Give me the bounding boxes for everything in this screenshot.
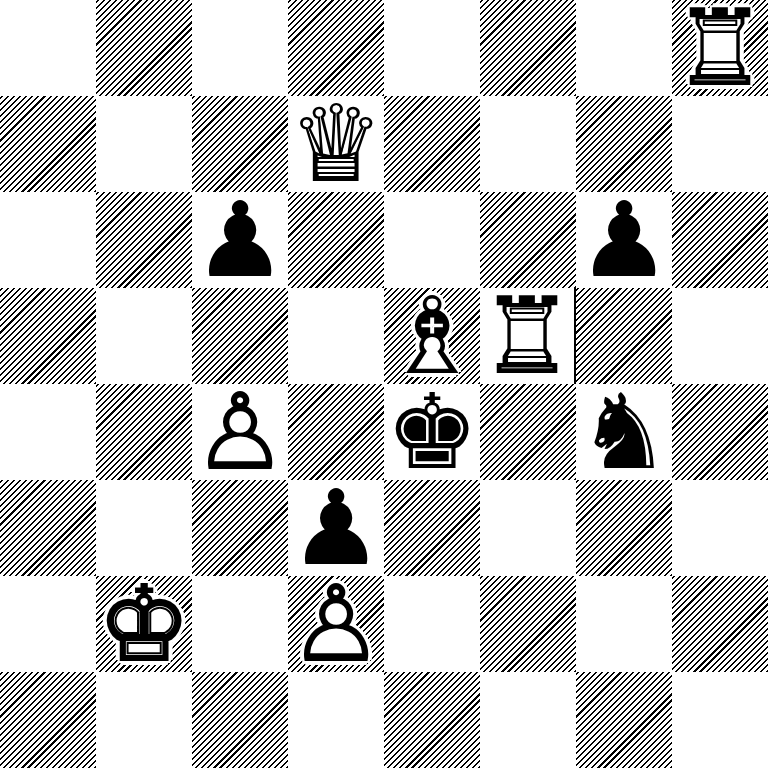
square-h1[interactable] — [672, 672, 768, 768]
square-d8[interactable] — [288, 0, 384, 96]
square-g2[interactable] — [576, 576, 672, 672]
square-f8[interactable] — [480, 0, 576, 96]
square-f4[interactable] — [480, 384, 576, 480]
square-c1[interactable] — [192, 672, 288, 768]
piece-white-queen[interactable]: ♛♕ — [288, 96, 384, 192]
square-h6[interactable] — [672, 192, 768, 288]
square-h2[interactable] — [672, 576, 768, 672]
square-g7[interactable] — [576, 96, 672, 192]
square-f1[interactable] — [480, 672, 576, 768]
chess-diagram: ♜♖♛♕♟♟♝♗♜♖♟♙♚♞♟♚♔♟♙ — [0, 0, 768, 768]
black-pawn-glyph: ♟ — [288, 480, 384, 576]
chess-board: ♜♖♛♕♟♟♝♗♜♖♟♙♚♞♟♚♔♟♙ — [0, 0, 768, 768]
square-h7[interactable] — [672, 96, 768, 192]
square-b8[interactable] — [96, 0, 192, 96]
square-e7[interactable] — [384, 96, 480, 192]
piece-white-pawn[interactable]: ♟♙ — [192, 384, 288, 480]
square-g4[interactable]: ♞ — [576, 384, 672, 480]
square-c4[interactable]: ♟♙ — [192, 384, 288, 480]
square-a7[interactable] — [0, 96, 96, 192]
square-a3[interactable] — [0, 480, 96, 576]
white-bishop-outline-glyph: ♗ — [384, 288, 480, 384]
piece-white-rook[interactable]: ♜♖ — [672, 0, 768, 96]
piece-white-rook[interactable]: ♜♖ — [480, 288, 574, 384]
square-g3[interactable] — [576, 480, 672, 576]
square-b3[interactable] — [96, 480, 192, 576]
square-d4[interactable] — [288, 384, 384, 480]
square-e4[interactable]: ♚ — [384, 384, 480, 480]
black-knight-glyph: ♞ — [576, 384, 672, 480]
square-a1[interactable] — [0, 672, 96, 768]
square-f7[interactable] — [480, 96, 576, 192]
square-e2[interactable] — [384, 576, 480, 672]
square-e1[interactable] — [384, 672, 480, 768]
square-g6[interactable]: ♟ — [576, 192, 672, 288]
square-f2[interactable] — [480, 576, 576, 672]
white-king-outline-glyph: ♔ — [96, 576, 192, 672]
square-g1[interactable] — [576, 672, 672, 768]
square-c6[interactable]: ♟ — [192, 192, 288, 288]
square-e8[interactable] — [384, 0, 480, 96]
square-b4[interactable] — [96, 384, 192, 480]
white-pawn-outline-glyph: ♙ — [192, 384, 288, 480]
square-d2[interactable]: ♟♙ — [288, 576, 384, 672]
piece-white-king[interactable]: ♚♔ — [96, 576, 192, 672]
square-b6[interactable] — [96, 192, 192, 288]
black-king-glyph: ♚ — [384, 384, 480, 480]
square-d3[interactable]: ♟ — [288, 480, 384, 576]
square-c7[interactable] — [192, 96, 288, 192]
square-c8[interactable] — [192, 0, 288, 96]
square-a6[interactable] — [0, 192, 96, 288]
square-d1[interactable] — [288, 672, 384, 768]
piece-white-pawn[interactable]: ♟♙ — [288, 576, 384, 672]
square-c3[interactable] — [192, 480, 288, 576]
square-f5[interactable]: ♜♖ — [480, 288, 576, 384]
black-pawn-glyph: ♟ — [192, 192, 288, 288]
piece-black-knight[interactable]: ♞ — [576, 384, 672, 480]
piece-black-pawn[interactable]: ♟ — [288, 480, 384, 576]
black-pawn-glyph: ♟ — [576, 192, 672, 288]
square-b1[interactable] — [96, 672, 192, 768]
square-d7[interactable]: ♛♕ — [288, 96, 384, 192]
square-b7[interactable] — [96, 96, 192, 192]
square-a5[interactable] — [0, 288, 96, 384]
square-a2[interactable] — [0, 576, 96, 672]
square-g5[interactable] — [576, 288, 672, 384]
white-rook-outline-glyph: ♖ — [672, 0, 768, 96]
square-f3[interactable] — [480, 480, 576, 576]
square-b2[interactable]: ♚♔ — [96, 576, 192, 672]
square-h3[interactable] — [672, 480, 768, 576]
square-e6[interactable] — [384, 192, 480, 288]
square-c2[interactable] — [192, 576, 288, 672]
square-h4[interactable] — [672, 384, 768, 480]
piece-black-pawn[interactable]: ♟ — [576, 192, 672, 288]
piece-black-pawn[interactable]: ♟ — [192, 192, 288, 288]
square-g8[interactable] — [576, 0, 672, 96]
piece-white-bishop[interactable]: ♝♗ — [384, 288, 480, 384]
square-a4[interactable] — [0, 384, 96, 480]
white-rook-outline-glyph: ♖ — [480, 288, 574, 384]
white-queen-outline-glyph: ♕ — [288, 96, 384, 192]
square-f6[interactable] — [480, 192, 576, 288]
square-d5[interactable] — [288, 288, 384, 384]
white-pawn-outline-glyph: ♙ — [288, 576, 384, 672]
square-e3[interactable] — [384, 480, 480, 576]
square-h8[interactable]: ♜♖ — [672, 0, 768, 96]
square-d6[interactable] — [288, 192, 384, 288]
square-e5[interactable]: ♝♗ — [384, 288, 480, 384]
square-c5[interactable] — [192, 288, 288, 384]
square-b5[interactable] — [96, 288, 192, 384]
square-h5[interactable] — [672, 288, 768, 384]
piece-black-king[interactable]: ♚ — [384, 384, 480, 480]
square-a8[interactable] — [0, 0, 96, 96]
